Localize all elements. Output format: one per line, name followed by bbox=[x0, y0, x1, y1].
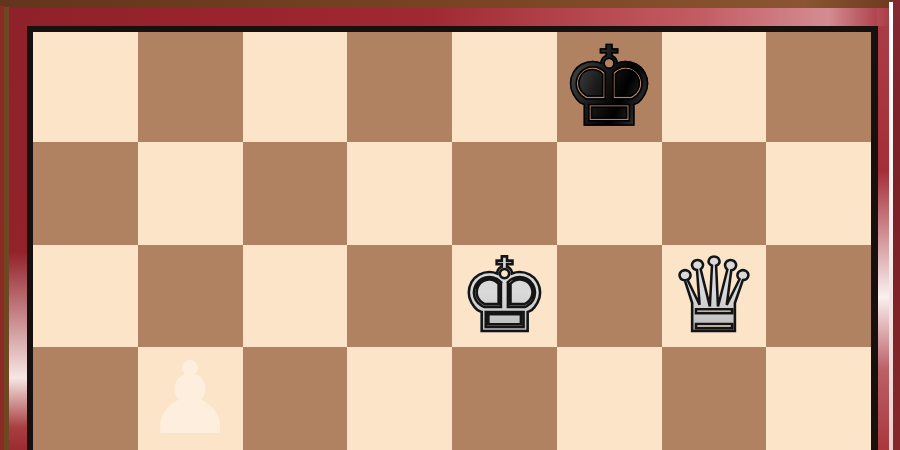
square-e5[interactable] bbox=[452, 347, 557, 450]
board-black-border: ♚♚♛♟ bbox=[27, 26, 878, 450]
square-b6[interactable] bbox=[138, 245, 243, 348]
square-c5[interactable] bbox=[243, 347, 348, 450]
square-b8[interactable] bbox=[138, 32, 243, 142]
black-king[interactable]: ♚ bbox=[560, 32, 659, 142]
chess-app-window: ♚♚♛♟ bbox=[0, 0, 900, 450]
square-e8[interactable] bbox=[452, 32, 557, 142]
square-b5[interactable]: ♟ bbox=[138, 347, 243, 450]
square-h7[interactable] bbox=[766, 142, 871, 245]
square-a5[interactable] bbox=[33, 347, 138, 450]
square-a7[interactable] bbox=[33, 142, 138, 245]
frame-left-sheen bbox=[9, 0, 27, 450]
frame-top-edge bbox=[0, 0, 894, 8]
square-b7[interactable] bbox=[138, 142, 243, 245]
square-g7[interactable] bbox=[662, 142, 767, 245]
square-f5[interactable] bbox=[557, 347, 662, 450]
square-g5[interactable] bbox=[662, 347, 767, 450]
square-a8[interactable] bbox=[33, 32, 138, 142]
square-f6[interactable] bbox=[557, 245, 662, 348]
square-d6[interactable] bbox=[347, 245, 452, 348]
chess-board: ♚♚♛♟ bbox=[33, 32, 871, 450]
square-d7[interactable] bbox=[347, 142, 452, 245]
ghost-pawn: ♟ bbox=[145, 349, 235, 449]
white-king[interactable]: ♚ bbox=[459, 245, 550, 347]
square-f7[interactable] bbox=[557, 142, 662, 245]
square-g6[interactable]: ♛ bbox=[662, 245, 767, 348]
square-f8[interactable]: ♚ bbox=[557, 32, 662, 142]
square-h6[interactable] bbox=[766, 245, 871, 348]
square-e7[interactable] bbox=[452, 142, 557, 245]
square-c8[interactable] bbox=[243, 32, 348, 142]
square-h5[interactable] bbox=[766, 347, 871, 450]
square-g8[interactable] bbox=[662, 32, 767, 142]
square-h8[interactable] bbox=[766, 32, 871, 142]
frame-left-edge bbox=[4, 7, 9, 450]
frame-right-sheen bbox=[877, 0, 889, 450]
square-c7[interactable] bbox=[243, 142, 348, 245]
square-a6[interactable] bbox=[33, 245, 138, 348]
square-c6[interactable] bbox=[243, 245, 348, 348]
frame-right-outer-edge bbox=[893, 0, 900, 450]
white-queen[interactable]: ♛ bbox=[668, 245, 759, 347]
square-e6[interactable]: ♚ bbox=[452, 245, 557, 348]
square-d5[interactable] bbox=[347, 347, 452, 450]
square-d8[interactable] bbox=[347, 32, 452, 142]
